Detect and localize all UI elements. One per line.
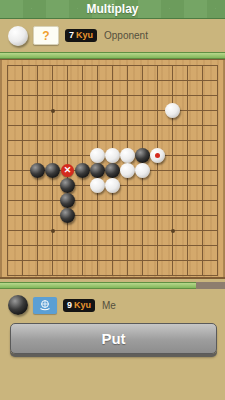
white-stone (105, 178, 120, 193)
opponent-unknown-flag-icon: ? (33, 26, 59, 45)
opponent-rank-number: 7 (69, 31, 74, 40)
star-point (51, 109, 55, 113)
black-stone (60, 178, 75, 193)
opponent-rank-badge: 7 Kyu (65, 29, 97, 42)
me-rank-badge: 9 Kyu (63, 299, 95, 312)
me-un-flag-icon (33, 297, 57, 314)
game-board[interactable]: ✕ (0, 59, 225, 279)
page-title: Multiplay (86, 2, 138, 16)
me-rank-number: 9 (67, 301, 72, 310)
put-button[interactable]: Put (10, 323, 217, 354)
opponent-timer-fill (0, 52, 225, 59)
board-grid[interactable]: ✕ (7, 65, 218, 276)
opponent-bar: ? 7 Kyu Opponent (0, 19, 225, 52)
black-stone (75, 163, 90, 178)
black-stone (90, 163, 105, 178)
black-stone (60, 193, 75, 208)
black-stone (45, 163, 60, 178)
opponent-rank-unit: Kyu (76, 31, 93, 40)
white-stone (150, 148, 165, 163)
white-stone (90, 148, 105, 163)
title-bar: Multiplay (0, 0, 225, 19)
opponent-white-stone-avatar (8, 26, 28, 46)
star-point (171, 229, 175, 233)
opponent-timer-bar (0, 52, 225, 59)
unknown-flag-question-mark: ? (42, 30, 49, 42)
forbidden-x-marker: ✕ (61, 164, 74, 177)
un-emblem-icon (38, 298, 52, 312)
black-stone (105, 163, 120, 178)
opponent-name: Opponent (104, 30, 148, 41)
white-stone (165, 103, 180, 118)
white-stone (120, 163, 135, 178)
put-button-label: Put (101, 330, 125, 347)
white-stone (105, 148, 120, 163)
app-screen: Multiplay ? 7 Kyu Opponent ✕ (0, 0, 225, 400)
black-stone (60, 208, 75, 223)
me-bar: 9 Kyu Me (0, 290, 225, 320)
me-name: Me (102, 300, 116, 311)
white-stone (90, 178, 105, 193)
star-point (51, 229, 55, 233)
white-stone (120, 148, 135, 163)
black-stone (30, 163, 45, 178)
white-stone (135, 163, 150, 178)
black-stone (135, 148, 150, 163)
me-timer-bar (0, 282, 225, 289)
last-move-dot (155, 153, 160, 158)
me-timer-fill (0, 282, 196, 289)
me-rank-unit: Kyu (74, 301, 91, 310)
me-black-stone-avatar (8, 295, 28, 315)
